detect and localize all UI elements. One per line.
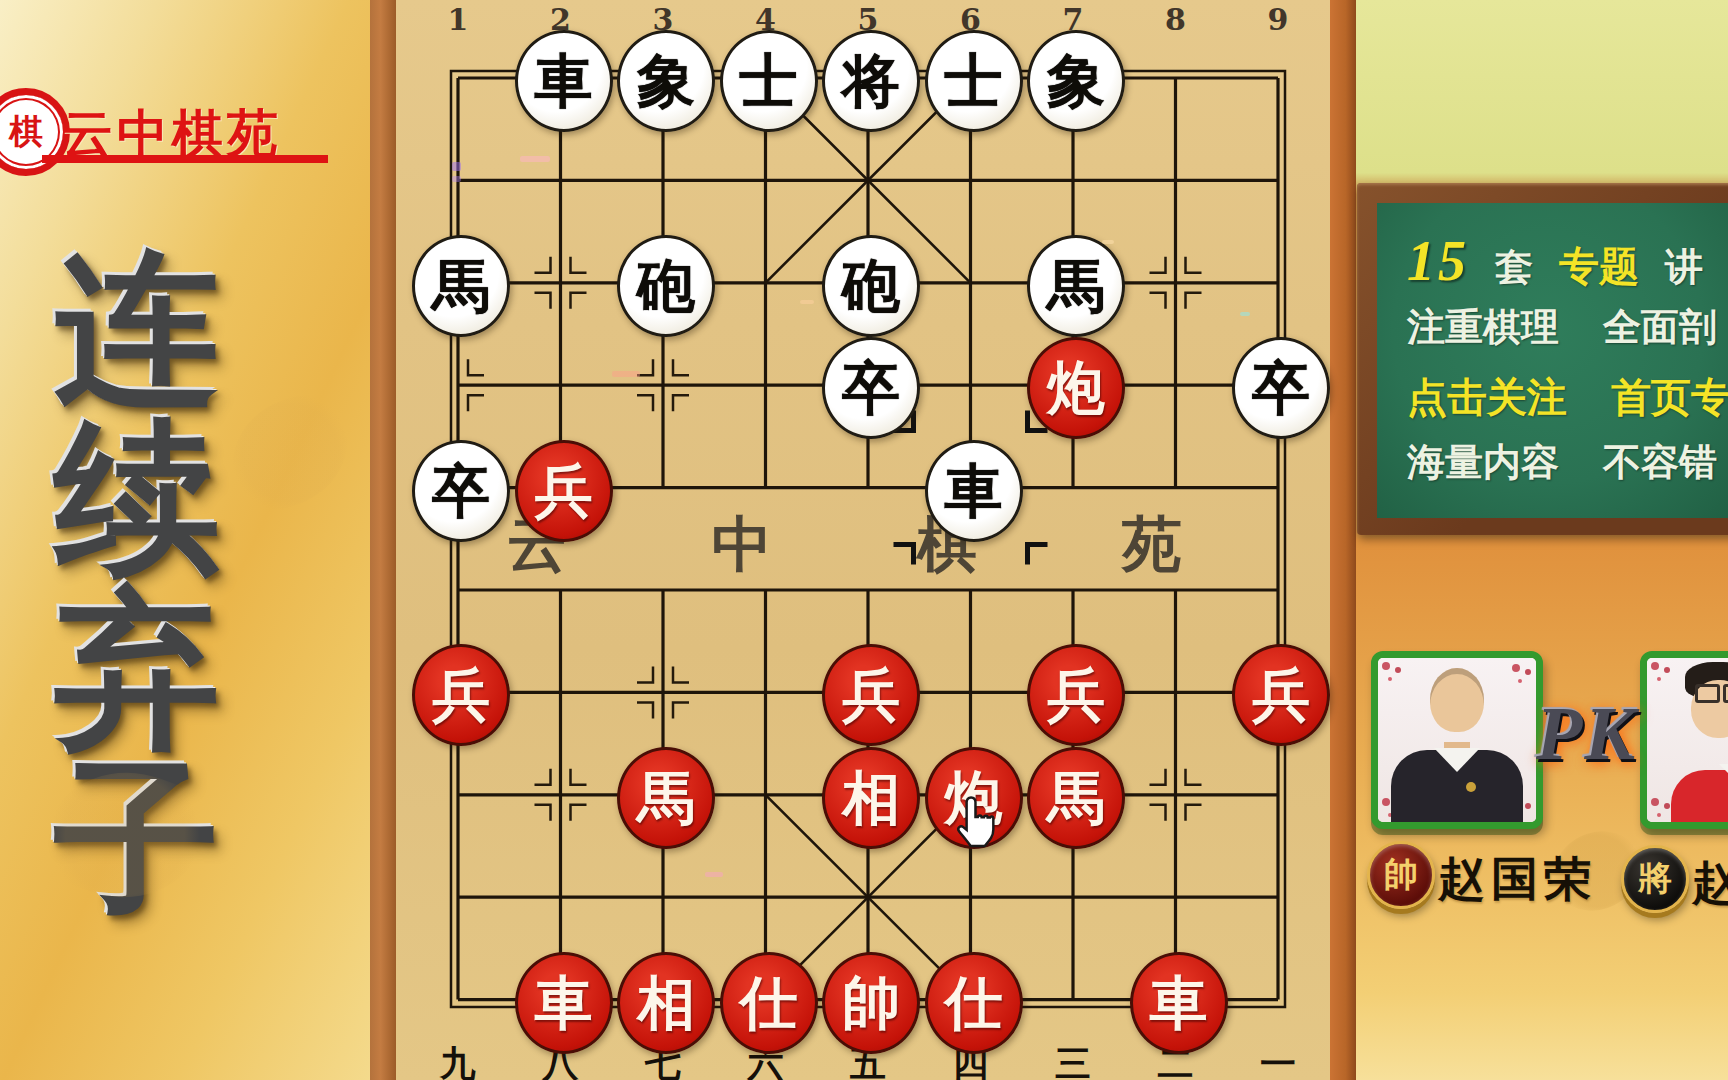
- piece-char: 炮: [1047, 359, 1105, 417]
- piece-red-車[interactable]: 車: [1130, 952, 1228, 1054]
- piece-char: 砲: [637, 257, 695, 315]
- piece-char: 車: [535, 974, 593, 1032]
- portrait-head: [1430, 668, 1484, 732]
- piece-red-兵[interactable]: 兵: [412, 644, 510, 746]
- board-frame-left: [370, 0, 396, 1080]
- chalkboard-text: 讲: [1665, 242, 1703, 293]
- piece-black-象[interactable]: 象: [617, 30, 715, 132]
- piece-black-象[interactable]: 象: [1027, 30, 1125, 132]
- player-photo-red: [1371, 651, 1543, 829]
- piece-red-仕[interactable]: 仕: [925, 952, 1023, 1054]
- glitch-artifact: [612, 371, 640, 377]
- piece-red-車[interactable]: 車: [515, 952, 613, 1054]
- piece-red-兵[interactable]: 兵: [1027, 644, 1125, 746]
- piece-char: 卒: [842, 359, 900, 417]
- chalkboard-text: 套: [1495, 242, 1533, 293]
- chalkboard-text: 首页专: [1611, 370, 1728, 425]
- file-label-bottom: 三: [1047, 1040, 1099, 1080]
- piece-char: 象: [637, 52, 695, 110]
- pk-versus-text: PK: [1536, 690, 1637, 777]
- chalkboard-line: 海量内容不容错: [1407, 437, 1717, 488]
- glitch-artifact: [1102, 240, 1114, 244]
- piece-red-帥[interactable]: 帥: [822, 952, 920, 1054]
- file-label-top: 8: [1154, 2, 1198, 37]
- chalkboard-line: 注重棋理全面剖: [1407, 302, 1717, 353]
- piece-black-車[interactable]: 車: [515, 30, 613, 132]
- title-char: 连: [28, 244, 246, 414]
- piece-char: 相: [842, 769, 900, 827]
- chalkboard-line: 15套专题讲: [1407, 229, 1703, 294]
- piece-char: 兵: [1252, 666, 1310, 724]
- piece-red-炮[interactable]: 炮: [1027, 337, 1125, 439]
- player-photo-red-image: [1378, 658, 1536, 822]
- board-frame-right: [1330, 0, 1356, 1080]
- piece-black-砲[interactable]: 砲: [822, 235, 920, 337]
- piece-black-砲[interactable]: 砲: [617, 235, 715, 337]
- piece-char: 帥: [842, 974, 900, 1032]
- piece-black-卒[interactable]: 卒: [412, 440, 510, 542]
- piece-red-仕[interactable]: 仕: [720, 952, 818, 1054]
- piece-black-馬[interactable]: 馬: [412, 235, 510, 337]
- red-player-name: 赵国荣: [1438, 848, 1597, 911]
- piece-char: 仕: [740, 974, 798, 1032]
- title-char: 续: [28, 414, 246, 584]
- piece-red-相[interactable]: 相: [822, 747, 920, 849]
- file-label-bottom: 一: [1252, 1040, 1304, 1080]
- piece-char: 兵: [535, 462, 593, 520]
- file-label-bottom: 九: [432, 1040, 484, 1080]
- file-label-top: 1: [436, 2, 480, 37]
- badge-char: 帥: [1384, 852, 1418, 898]
- piece-black-卒[interactable]: 卒: [1232, 337, 1330, 439]
- floral-ornament-icon: [1651, 662, 1659, 670]
- piece-char: 士: [740, 52, 798, 110]
- chalkboard-line: 点击关注首页专: [1407, 370, 1728, 425]
- piece-char: 仕: [945, 974, 1003, 1032]
- glitch-artifact: [452, 162, 461, 171]
- piece-char: 馬: [432, 257, 490, 315]
- video-frame: 棋 云中棋苑 连 续 弃 子 123456789 九八七六五四三二一 云中棋苑 …: [0, 0, 1728, 1080]
- piece-red-相[interactable]: 相: [617, 952, 715, 1054]
- player-photo-black: [1640, 651, 1728, 829]
- river-char: 苑: [1115, 505, 1189, 586]
- piece-char: 車: [945, 462, 1003, 520]
- chalkboard-text: 专题: [1559, 239, 1639, 294]
- black-player-name: 赵: [1692, 852, 1728, 915]
- piece-char: 将: [842, 52, 900, 110]
- chalkboard-text: 不容错: [1603, 437, 1717, 488]
- emblem-char: 棋: [9, 109, 43, 155]
- glitch-artifact: [800, 300, 814, 304]
- floral-ornament-icon: [1382, 798, 1390, 806]
- glitch-artifact: [705, 872, 723, 877]
- piece-char: 車: [535, 52, 593, 110]
- glitch-artifact: [520, 156, 550, 162]
- piece-char: 兵: [1047, 666, 1105, 724]
- file-label-top: 9: [1256, 2, 1300, 37]
- piece-black-車[interactable]: 車: [925, 440, 1023, 542]
- portrait-body: [1671, 770, 1728, 822]
- glasses-icon: [1695, 684, 1720, 703]
- piece-red-馬[interactable]: 馬: [1027, 747, 1125, 849]
- black-king-badge-icon: 將: [1621, 845, 1689, 913]
- piece-red-兵[interactable]: 兵: [515, 440, 613, 542]
- floral-ornament-icon: [1382, 662, 1390, 670]
- floral-ornament-icon: [1512, 664, 1520, 672]
- chalkboard-text: 海量内容: [1407, 437, 1559, 488]
- player-photo-black-image: [1647, 658, 1728, 822]
- right-panel: [1356, 0, 1728, 1080]
- piece-char: 象: [1047, 52, 1105, 110]
- promo-chalkboard: 15套专题讲注重棋理全面剖点击关注首页专海量内容不容错: [1357, 183, 1728, 535]
- piece-black-士[interactable]: 士: [925, 30, 1023, 132]
- piece-black-馬[interactable]: 馬: [1027, 235, 1125, 337]
- piece-black-卒[interactable]: 卒: [822, 337, 920, 439]
- piece-char: 馬: [1047, 769, 1105, 827]
- piece-char: 相: [637, 974, 695, 1032]
- piece-char: 士: [945, 52, 1003, 110]
- piece-char: 卒: [432, 462, 490, 520]
- red-king-badge-icon: 帥: [1367, 841, 1435, 909]
- chalkboard-text: 注重棋理: [1407, 302, 1559, 353]
- piece-red-兵[interactable]: 兵: [822, 644, 920, 746]
- left-panel: 棋 云中棋苑 连 续 弃 子: [0, 0, 370, 1080]
- hand-cursor-icon: [953, 795, 999, 849]
- piece-char: 兵: [432, 666, 490, 724]
- badge-char: 將: [1638, 856, 1672, 902]
- chalkboard-text: 全面剖: [1603, 302, 1717, 353]
- floral-ornament-icon: [1651, 798, 1659, 806]
- chalkboard-text: 15: [1407, 229, 1469, 293]
- piece-char: 砲: [842, 257, 900, 315]
- chalkboard-surface: 15套专题讲注重棋理全面剖点击关注首页专海量内容不容错: [1377, 203, 1728, 518]
- river-char: 中: [705, 505, 779, 586]
- chalkboard-text: 点击关注: [1407, 370, 1567, 425]
- piece-char: 兵: [842, 666, 900, 724]
- piece-char: 車: [1150, 974, 1208, 1032]
- title-char: 弃: [28, 584, 246, 754]
- piece-black-将[interactable]: 将: [822, 30, 920, 132]
- glitch-artifact: [1240, 312, 1250, 316]
- glitch-artifact: [452, 176, 461, 182]
- glasses-icon: [1723, 684, 1728, 703]
- piece-red-兵[interactable]: 兵: [1232, 644, 1330, 746]
- piece-char: 馬: [637, 769, 695, 827]
- piece-black-士[interactable]: 士: [720, 30, 818, 132]
- brand-underline: [42, 155, 328, 163]
- piece-char: 卒: [1252, 359, 1310, 417]
- piece-red-馬[interactable]: 馬: [617, 747, 715, 849]
- piece-char: 馬: [1047, 257, 1105, 315]
